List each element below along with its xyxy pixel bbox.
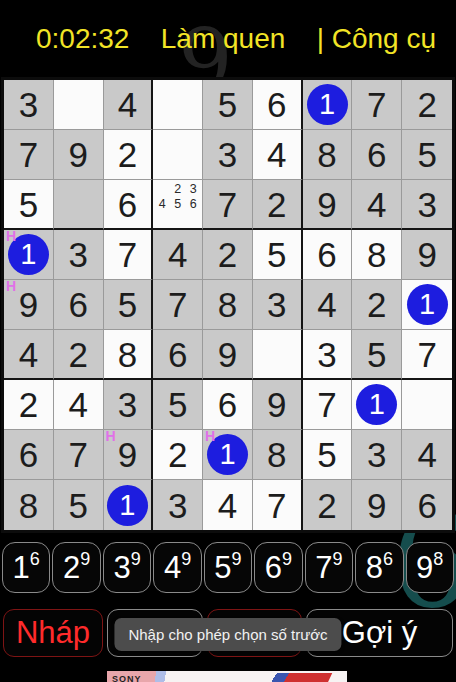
cell-r8c7[interactable]: 5 — [303, 430, 353, 480]
cell-r1c2[interactable] — [54, 80, 104, 130]
digit: 6 — [367, 137, 386, 172]
digit: 6 — [118, 187, 137, 222]
timer: 0:02:32 — [36, 23, 129, 55]
digit: 2 — [218, 237, 237, 272]
keypad-remaining-count: 9 — [332, 550, 342, 568]
digit: 2 — [417, 87, 436, 122]
digit: 8 — [317, 137, 336, 172]
hint-marker: H — [6, 229, 16, 243]
draft-button[interactable]: Nháp — [3, 609, 103, 657]
digit: 3 — [367, 437, 386, 472]
keypad-button-2[interactable]: 29 — [52, 542, 100, 593]
cell-r5c5[interactable]: 8 — [203, 280, 253, 330]
digit: 3 — [168, 488, 187, 523]
cell-r2c5[interactable]: 3 — [203, 130, 253, 180]
cell-r4c9[interactable]: 9 — [402, 230, 452, 280]
cell-r3c4[interactable]: 23456 — [153, 180, 203, 230]
keypad-remaining-count: 6 — [30, 550, 40, 568]
cell-r9c9[interactable]: 6 — [402, 480, 452, 530]
digit: 7 — [19, 137, 38, 172]
digit: 3 — [267, 287, 286, 322]
digit: 3 — [118, 387, 137, 422]
digit: 9 — [218, 337, 237, 372]
digit: 7 — [417, 337, 436, 372]
cell-r1c9[interactable]: 2 — [402, 80, 452, 130]
cell-r6c2[interactable]: 2 — [54, 330, 104, 380]
cell-r7c3[interactable]: 3 — [104, 380, 154, 430]
cell-r6c8[interactable]: 5 — [352, 330, 402, 380]
keypad-digit: 5 — [214, 552, 231, 583]
digit: 8 — [267, 437, 286, 472]
keypad-remaining-count: 9 — [232, 550, 242, 568]
cell-r1c6[interactable]: 6 — [253, 80, 303, 130]
digit: 6 — [168, 337, 187, 372]
digit: 4 — [68, 387, 87, 422]
keypad-digit: 2 — [63, 552, 80, 583]
digit: 9 — [267, 387, 286, 422]
keypad-digit: 8 — [366, 552, 383, 583]
cell-r7c8[interactable]: 1 — [352, 380, 402, 430]
cell-r2c6[interactable]: 4 — [253, 130, 303, 180]
digit: 9 — [317, 187, 336, 222]
cell-r6c3[interactable]: 8 — [104, 330, 154, 380]
cell-r9c3[interactable]: 1 — [104, 480, 154, 530]
digit: 5 — [68, 488, 87, 523]
digit: 3 — [218, 137, 237, 172]
cell-r2c8[interactable]: 6 — [352, 130, 402, 180]
keypad-remaining-count: 8 — [433, 550, 443, 568]
digit: 9 — [417, 237, 436, 272]
cell-r1c4[interactable] — [153, 80, 203, 130]
digit: 2 — [367, 287, 386, 322]
cell-r7c2[interactable]: 4 — [54, 380, 104, 430]
digit: 5 — [267, 237, 286, 272]
cell-r4c8[interactable]: 8 — [352, 230, 402, 280]
cell-r1c3[interactable]: 4 — [104, 80, 154, 130]
cell-r3c6[interactable]: 2 — [253, 180, 303, 230]
digit: 2 — [19, 387, 38, 422]
digit: 3 — [317, 337, 336, 372]
digit: 9 — [367, 488, 386, 523]
digit: 4 — [267, 137, 286, 172]
cell-r6c9[interactable]: 7 — [402, 330, 452, 380]
keypad-digit: 7 — [315, 552, 332, 583]
cell-r8c6[interactable]: 8 — [253, 430, 303, 480]
highlighted-digit: 1 — [107, 485, 148, 526]
digit: 5 — [417, 137, 436, 172]
keypad-remaining-count: 6 — [383, 550, 393, 568]
cell-r3c1[interactable]: 5 — [4, 180, 54, 230]
keypad-button-3[interactable]: 39 — [103, 542, 151, 593]
cell-r2c7[interactable]: 8 — [303, 130, 353, 180]
candidate-notes: 23456 — [154, 181, 201, 227]
highlighted-digit: 1 — [407, 284, 448, 325]
keypad-remaining-count: 9 — [282, 550, 292, 568]
digit: 5 — [118, 287, 137, 322]
digit: 6 — [218, 387, 237, 422]
digit: 4 — [19, 337, 38, 372]
number-keypad: 162939495969798698 — [0, 542, 456, 593]
digit: 5 — [218, 87, 237, 122]
keypad-button-6[interactable]: 69 — [254, 542, 302, 593]
keypad-remaining-count: 9 — [131, 550, 141, 568]
top-bar: 0:02:32 Làm quen | Công cụ — [0, 0, 456, 77]
cell-r6c5[interactable]: 9 — [203, 330, 253, 380]
cell-r2c9[interactable]: 5 — [402, 130, 452, 180]
toast-message: Nhập cho phép chọn số trước — [114, 618, 341, 651]
cell-r8c1[interactable]: 6 — [4, 430, 54, 480]
cell-r7c5[interactable]: 6 — [203, 380, 253, 430]
digit: 5 — [19, 187, 38, 222]
digit: 7 — [218, 187, 237, 222]
digit: 7 — [267, 488, 286, 523]
digit: 5 — [317, 437, 336, 472]
cell-r4c5[interactable]: 2 — [203, 230, 253, 280]
cell-r3c7[interactable]: 9 — [303, 180, 353, 230]
cell-r7c7[interactable]: 7 — [303, 380, 353, 430]
digit: 7 — [367, 87, 386, 122]
app-screen: 0:02:32 Làm quen | Công cụ 9 34561727923… — [0, 0, 456, 682]
cell-r6c4[interactable]: 6 — [153, 330, 203, 380]
digit: 4 — [317, 287, 336, 322]
keypad-button-4[interactable]: 49 — [153, 542, 201, 593]
cell-r8c3[interactable]: H9 — [104, 430, 154, 480]
cell-r9c8[interactable]: 9 — [352, 480, 402, 530]
cell-r7c9[interactable] — [402, 380, 452, 430]
digit: 2 — [68, 337, 87, 372]
cell-r8c8[interactable]: 3 — [352, 430, 402, 480]
hint-marker: H — [106, 429, 116, 443]
cell-r6c6[interactable] — [253, 330, 303, 380]
cell-r2c3[interactable]: 2 — [104, 130, 154, 180]
keypad-button-8[interactable]: 86 — [355, 542, 403, 593]
digit: 3 — [417, 187, 436, 222]
cell-r3c8[interactable]: 4 — [352, 180, 402, 230]
digit: 7 — [317, 387, 336, 422]
ad-brand-label: SONY — [112, 674, 142, 682]
digit: 6 — [317, 237, 336, 272]
digit: 2 — [267, 187, 286, 222]
hint-marker: H — [205, 429, 215, 443]
cell-r4c6[interactable]: 5 — [253, 230, 303, 280]
keypad-digit: 4 — [164, 552, 181, 583]
keypad-button-9[interactable]: 98 — [406, 542, 454, 593]
cell-r8c4[interactable]: 2 — [153, 430, 203, 480]
cell-r5c2[interactable]: 6 — [54, 280, 104, 330]
sudoku-board: 345617279234865562345672943H137425689H96… — [1, 77, 455, 533]
digit: 9 — [118, 437, 137, 472]
cell-r9c4[interactable]: 3 — [153, 480, 203, 530]
cell-r6c1[interactable]: 4 — [4, 330, 54, 380]
digit: 7 — [168, 287, 187, 322]
highlighted-digit: 1 — [307, 84, 348, 125]
hint-marker: H — [6, 279, 16, 293]
cell-r7c4[interactable]: 5 — [153, 380, 203, 430]
cell-r7c6[interactable]: 9 — [253, 380, 303, 430]
digit: 5 — [168, 387, 187, 422]
digit: 4 — [118, 87, 137, 122]
digit: 8 — [118, 337, 137, 372]
cell-r1c7[interactable]: 1 — [303, 80, 353, 130]
keypad-button-1[interactable]: 16 — [2, 542, 50, 593]
cell-r9c2[interactable]: 5 — [54, 480, 104, 530]
cell-r4c1[interactable]: H1 — [4, 230, 54, 280]
cell-r5c1[interactable]: H9 — [4, 280, 54, 330]
keypad-digit: 1 — [13, 552, 30, 583]
cell-r2c2[interactable]: 9 — [54, 130, 104, 180]
keypad-digit: 3 — [113, 552, 130, 583]
digit: 9 — [68, 137, 87, 172]
digit: 6 — [19, 437, 38, 472]
cell-r5c6[interactable]: 3 — [253, 280, 303, 330]
ad-banner[interactable]: SONY — [107, 671, 347, 682]
cell-r5c9[interactable]: 1 — [402, 280, 452, 330]
digit: 6 — [267, 87, 286, 122]
cell-r1c8[interactable]: 7 — [352, 80, 402, 130]
cell-r9c6[interactable]: 7 — [253, 480, 303, 530]
cell-r4c4[interactable]: 4 — [153, 230, 203, 280]
cell-r7c1[interactable]: 2 — [4, 380, 54, 430]
digit: 7 — [118, 237, 137, 272]
digit: 4 — [218, 488, 237, 523]
cell-r3c5[interactable]: 7 — [203, 180, 253, 230]
digit: 4 — [367, 187, 386, 222]
cell-r4c7[interactable]: 6 — [303, 230, 353, 280]
cell-r5c4[interactable]: 7 — [153, 280, 203, 330]
highlighted-digit: 1 — [356, 384, 397, 425]
keypad-button-5[interactable]: 59 — [204, 542, 252, 593]
cell-r3c3[interactable]: 6 — [104, 180, 154, 230]
digit: 2 — [168, 437, 187, 472]
cell-r3c2[interactable] — [54, 180, 104, 230]
cell-r9c1[interactable]: 8 — [4, 480, 54, 530]
cell-r4c2[interactable]: 3 — [54, 230, 104, 280]
cell-r2c4[interactable] — [153, 130, 203, 180]
keypad-digit: 6 — [265, 552, 282, 583]
cell-r5c8[interactable]: 2 — [352, 280, 402, 330]
cell-r9c7[interactable]: 2 — [303, 480, 353, 530]
digit: 2 — [317, 488, 336, 523]
keypad-remaining-count: 9 — [181, 550, 191, 568]
keypad-digit: 9 — [416, 552, 433, 583]
digit: 8 — [19, 488, 38, 523]
digit: 6 — [417, 488, 436, 523]
digit: 3 — [68, 237, 87, 272]
cell-r8c9[interactable]: 4 — [402, 430, 452, 480]
tools-menu[interactable]: | Công cụ — [317, 23, 436, 55]
cell-r2c1[interactable]: 7 — [4, 130, 54, 180]
digit: 3 — [19, 87, 38, 122]
cell-r8c5[interactable]: H1 — [203, 430, 253, 480]
digit: 9 — [19, 287, 38, 322]
digit: 4 — [417, 437, 436, 472]
digit: 2 — [118, 137, 137, 172]
keypad-button-7[interactable]: 79 — [305, 542, 353, 593]
cell-r5c3[interactable]: 5 — [104, 280, 154, 330]
ad-stripe-decoration — [246, 673, 333, 682]
cell-r9c5[interactable]: 4 — [203, 480, 253, 530]
cell-r6c7[interactable]: 3 — [303, 330, 353, 380]
digit: 8 — [218, 287, 237, 322]
digit: 4 — [168, 237, 187, 272]
keypad-remaining-count: 9 — [80, 550, 90, 568]
cell-r5c7[interactable]: 4 — [303, 280, 353, 330]
digit: 8 — [367, 237, 386, 272]
digit: 5 — [367, 337, 386, 372]
level-name[interactable]: Làm quen — [161, 23, 286, 55]
cell-r1c5[interactable]: 5 — [203, 80, 253, 130]
cell-r3c9[interactable]: 3 — [402, 180, 452, 230]
cell-r8c2[interactable]: 7 — [54, 430, 104, 480]
digit: 6 — [68, 287, 87, 322]
cell-r4c3[interactable]: 7 — [104, 230, 154, 280]
digit: 7 — [68, 437, 87, 472]
cell-r1c1[interactable]: 3 — [4, 80, 54, 130]
